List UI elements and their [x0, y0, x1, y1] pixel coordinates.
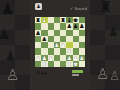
chess-app-panel: ♟ ✓ Saved ♜♝♜♝♚♟♟♟♟♟♟♟♞♟♟♟♟♟♟♜♜♚ ♟♟♟ [30, 0, 90, 90]
player-name-text[interactable] [72, 70, 83, 73]
captured-pieces: ♟♟♟ [36, 69, 46, 75]
bg-white-pawn-2: ♙ [96, 67, 109, 82]
saved-status-label: ✓ Saved [70, 6, 87, 11]
bg-black-pawn-4: ♟ [108, 26, 119, 38]
square-h1[interactable] [79, 61, 85, 67]
bg-white-pawn-1: ♙ [6, 68, 19, 83]
player-info-row: ♟♟♟ [30, 68, 90, 80]
app-pawn-icon[interactable]: ♟ [35, 3, 42, 10]
bg-black-pawn-2: ♟ [0, 27, 11, 41]
screenshot-stage: ♟♟♟♙♜♟♙♙ ♟ ✓ Saved ♜♝♜♝♚♟♟♟♟♟♟♟♞♟♟♟♟♟♟♜♜… [0, 0, 120, 90]
top-bar: ♟ ✓ Saved [30, 0, 90, 13]
bg-black-rook-1: ♜ [99, 0, 112, 15]
player-subtext [72, 74, 79, 76]
bg-black-pawn-3: ♟ [5, 50, 16, 62]
chess-board: ♜♝♜♝♚♟♟♟♟♟♟♟♞♟♟♟♟♟♟♜♜♚ [35, 17, 85, 67]
bg-white-pawn-3: ♙ [109, 70, 120, 82]
bg-black-pawn-1: ♟ [1, 2, 14, 17]
